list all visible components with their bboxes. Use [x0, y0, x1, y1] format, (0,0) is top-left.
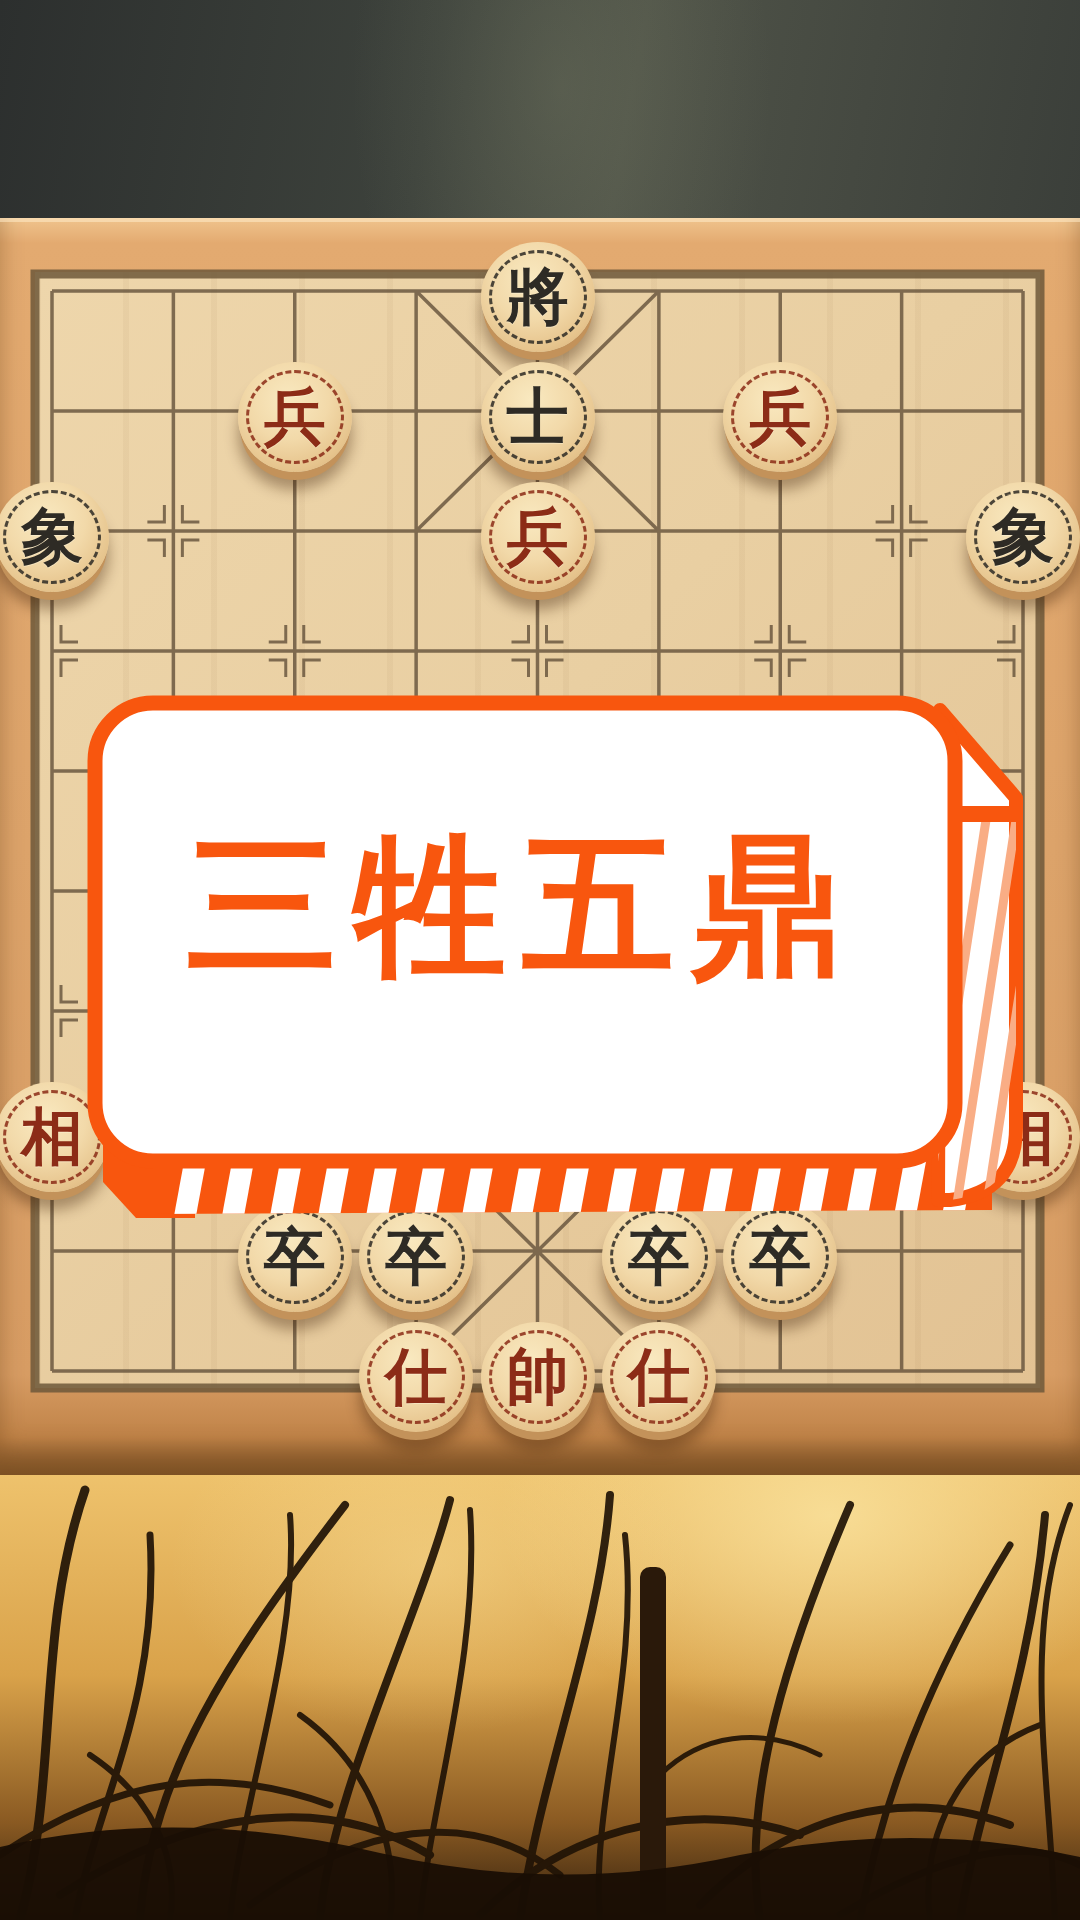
piece-black-col3-row9[interactable]: 卒 [238, 1202, 352, 1312]
banner-title: 三牲五鼎 [100, 812, 944, 1002]
piece-glyph: 象 [21, 506, 83, 568]
piece-red-col5-row10[interactable]: 帥 [481, 1322, 595, 1432]
piece-black-col5-row1[interactable]: 將 [481, 242, 595, 352]
background-sunset-grass-photo [0, 1475, 1080, 1920]
piece-glyph: 兵 [507, 506, 569, 568]
piece-glyph: 卒 [749, 1226, 811, 1288]
piece-glyph: 卒 [385, 1226, 447, 1288]
piece-red-col6-row10[interactable]: 仕 [602, 1322, 716, 1432]
piece-red-col4-row10[interactable]: 仕 [359, 1322, 473, 1432]
piece-red-col7-row2[interactable]: 兵 [723, 362, 837, 472]
piece-glyph: 仕 [628, 1346, 690, 1408]
piece-black-col6-row9[interactable]: 卒 [602, 1202, 716, 1312]
piece-glyph: 相 [992, 1106, 1054, 1168]
piece-glyph: 相 [21, 1106, 83, 1168]
background-top-smoke [0, 0, 1080, 218]
piece-glyph: 將 [507, 266, 569, 328]
screenshot-root: { "game": "xiangqi", "banner": { "text":… [0, 0, 1080, 1920]
piece-black-col5-row2[interactable]: 士 [481, 362, 595, 472]
piece-glyph: 帥 [507, 1346, 569, 1408]
piece-black-col1-row3[interactable]: 象 [0, 482, 109, 592]
piece-glyph: 象 [992, 506, 1054, 568]
piece-red-col1-row8[interactable]: 相 [0, 1082, 109, 1192]
piece-black-col9-row3[interactable]: 象 [966, 482, 1080, 592]
piece-red-col3-row2[interactable]: 兵 [238, 362, 352, 472]
piece-glyph: 仕 [385, 1346, 447, 1408]
piece-red-col5-row3[interactable]: 兵 [481, 482, 595, 592]
piece-glyph: 卒 [628, 1226, 690, 1288]
piece-black-col4-row9[interactable]: 卒 [359, 1202, 473, 1312]
piece-glyph: 兵 [749, 386, 811, 448]
piece-red-col9-row8[interactable]: 相 [966, 1082, 1080, 1192]
piece-glyph: 士 [507, 386, 569, 448]
piece-black-col7-row9[interactable]: 卒 [723, 1202, 837, 1312]
piece-glyph: 卒 [264, 1226, 326, 1288]
piece-glyph: 兵 [264, 386, 326, 448]
